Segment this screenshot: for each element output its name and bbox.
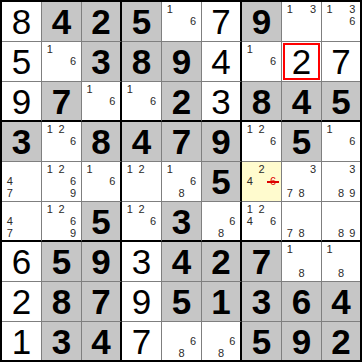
cell-r2c8[interactable]: 2	[282, 42, 322, 82]
pencil-marks: 68	[162, 322, 201, 360]
empty-slot	[187, 3, 199, 15]
candidate-1: 1	[244, 203, 256, 215]
pencil-marks: 389	[322, 162, 360, 201]
solved-digit: 2	[12, 284, 31, 319]
candidate-1: 1	[324, 3, 335, 15]
cell-r8c9[interactable]: 4	[322, 282, 360, 322]
empty-slot	[227, 203, 238, 215]
empty-slot	[95, 95, 106, 107]
empty-slot	[256, 68, 268, 80]
empty-slot	[164, 28, 176, 40]
candidate-6: 6	[187, 335, 199, 347]
empty-slot	[284, 215, 296, 227]
empty-slot	[16, 215, 28, 227]
empty-slot	[244, 227, 256, 239]
given-digit: 9	[252, 4, 271, 39]
cell-r5c2[interactable]: 1269	[42, 162, 82, 202]
cell-r1c4[interactable]: 5	[122, 2, 162, 42]
solved-digit: 3	[132, 244, 151, 279]
empty-slot	[204, 215, 215, 227]
cell-r1c3[interactable]: 2	[82, 2, 122, 42]
cell-r1c6[interactable]: 7	[202, 2, 242, 42]
pencil-marks: 168	[162, 162, 201, 201]
empty-slot	[67, 68, 79, 80]
cell-r9c3[interactable]: 4	[82, 322, 122, 360]
empty-slot	[324, 227, 335, 239]
given-digit: 9	[292, 324, 311, 359]
cell-r6c3[interactable]: 5	[82, 202, 122, 242]
cell-r3c1[interactable]: 9	[2, 82, 42, 122]
given-digit: 7	[52, 84, 71, 119]
cell-r2c4[interactable]: 8	[122, 42, 162, 82]
empty-slot	[164, 188, 176, 200]
empty-slot	[44, 135, 56, 147]
empty-slot	[324, 135, 335, 147]
cell-r8c6[interactable]: 1	[202, 282, 242, 322]
candidate-2: 2	[56, 163, 68, 175]
given-digit: 3	[252, 284, 271, 319]
given-digit: 4	[172, 244, 191, 279]
struck-candidate-slot: 6	[267, 175, 279, 187]
empty-slot	[324, 175, 335, 187]
candidate-9: 9	[67, 227, 79, 239]
cell-r9c4[interactable]: 7	[122, 322, 162, 360]
given-digit: 4	[292, 84, 311, 119]
candidate-7: 7	[284, 188, 296, 200]
empty-slot	[67, 148, 79, 160]
cell-r6c2[interactable]: 1269	[42, 202, 82, 242]
given-digit: 8	[132, 44, 151, 79]
empty-slot	[124, 95, 136, 107]
empty-slot	[307, 215, 319, 227]
cell-r1c7[interactable]: 9	[242, 2, 282, 42]
empty-slot	[124, 188, 136, 200]
candidate-7: 7	[284, 227, 296, 239]
empty-slot	[347, 28, 358, 40]
pencil-marks: 13	[282, 2, 321, 41]
empty-slot	[95, 175, 106, 187]
empty-slot	[67, 43, 79, 55]
empty-slot	[347, 268, 358, 280]
candidate-9: 9	[347, 227, 358, 239]
empty-slot	[215, 335, 226, 347]
candidate-3: 3	[347, 3, 358, 15]
empty-slot	[56, 55, 68, 67]
pencil-marks: 378	[282, 162, 321, 201]
cell-r4c4[interactable]: 4	[122, 122, 162, 162]
cell-r9c5[interactable]: 68	[162, 322, 202, 360]
empty-slot	[215, 215, 226, 227]
empty-slot	[215, 203, 226, 215]
cell-r3c3[interactable]: 16	[82, 82, 122, 122]
given-digit: 8	[52, 284, 71, 319]
empty-slot	[67, 203, 79, 215]
empty-slot	[347, 175, 358, 187]
empty-slot	[136, 215, 148, 227]
empty-slot	[256, 188, 268, 200]
empty-slot	[95, 107, 106, 119]
candidate-8: 8	[296, 227, 308, 239]
cell-r1c5[interactable]: 16	[162, 2, 202, 42]
cell-r7c1[interactable]: 6	[2, 242, 42, 282]
pencil-marks: 1246	[242, 202, 281, 240]
empty-slot	[307, 227, 319, 239]
empty-slot	[324, 15, 335, 27]
cell-r4c7[interactable]: 126	[242, 122, 282, 162]
solved-digit: 4	[211, 44, 230, 79]
cell-r1c2[interactable]: 4	[42, 2, 82, 42]
given-digit: 2	[172, 84, 191, 119]
candidate-8: 8	[176, 188, 188, 200]
empty-slot	[284, 203, 296, 215]
empty-slot	[324, 255, 335, 267]
pencil-marks: 126	[242, 122, 281, 161]
empty-slot	[147, 83, 159, 95]
candidate-6: 6	[107, 95, 118, 107]
empty-slot	[147, 203, 159, 215]
candidate-4: 4	[244, 215, 256, 227]
empty-slot	[284, 255, 296, 267]
cell-r2c2[interactable]: 16	[42, 42, 82, 82]
empty-slot	[204, 227, 215, 239]
cell-r4c1[interactable]: 3	[2, 122, 42, 162]
empty-slot	[244, 163, 256, 175]
candidate-6: 6	[147, 95, 159, 107]
empty-slot	[204, 203, 215, 215]
empty-slot	[284, 15, 296, 27]
cell-r8c7[interactable]: 3	[242, 282, 282, 322]
candidate-2: 2	[256, 203, 268, 215]
cell-r7c7[interactable]: 7	[242, 242, 282, 282]
empty-slot	[44, 55, 56, 67]
pencil-marks: 16	[82, 162, 120, 201]
empty-slot	[84, 175, 95, 187]
given-digit: 2	[211, 244, 230, 279]
candidate-6: 6	[267, 55, 279, 67]
empty-slot	[324, 203, 335, 215]
candidate-1: 1	[84, 83, 95, 95]
cell-r1c8[interactable]: 13	[282, 2, 322, 42]
given-digit: 5	[331, 84, 350, 119]
candidate-1: 1	[44, 163, 56, 175]
empty-slot	[307, 268, 319, 280]
pencil-marks: 47	[2, 202, 41, 240]
cell-r2c3[interactable]: 3	[82, 42, 122, 82]
empty-slot	[84, 188, 95, 200]
cell-r3c7[interactable]: 8	[242, 82, 282, 122]
empty-slot	[215, 323, 226, 335]
given-digit: 5	[292, 124, 311, 159]
empty-slot	[56, 188, 68, 200]
empty-slot	[296, 163, 308, 175]
cell-r7c3[interactable]: 9	[82, 242, 122, 282]
empty-slot	[176, 3, 188, 15]
cell-r2c9[interactable]: 7	[322, 42, 360, 82]
cell-r9c9[interactable]: 2	[322, 322, 360, 360]
empty-slot	[335, 255, 346, 267]
cell-r8c2[interactable]: 8	[42, 282, 82, 322]
candidate-1: 1	[124, 163, 136, 175]
candidate-6: 6	[227, 215, 238, 227]
cell-r6c4[interactable]: 126	[122, 202, 162, 242]
empty-slot	[56, 215, 68, 227]
pencil-marks: 18	[282, 242, 321, 281]
empty-slot	[164, 347, 176, 359]
empty-slot	[136, 95, 148, 107]
empty-slot	[56, 135, 68, 147]
cell-r6c6[interactable]: 68	[202, 202, 242, 242]
empty-slot	[27, 163, 39, 175]
cell-r9c2[interactable]: 3	[42, 322, 82, 360]
empty-slot	[147, 107, 159, 119]
candidate-2: 2	[136, 203, 148, 215]
empty-slot	[296, 3, 308, 15]
empty-slot	[335, 243, 346, 255]
empty-slot	[95, 163, 106, 175]
empty-slot	[227, 227, 238, 239]
empty-slot	[136, 83, 148, 95]
empty-slot	[335, 203, 346, 215]
pencil-marks: 126	[122, 202, 161, 240]
empty-slot	[324, 28, 335, 40]
candidate-8: 8	[335, 268, 346, 280]
cell-r1c1[interactable]: 8	[2, 2, 42, 42]
cell-r1c9[interactable]: 136	[322, 2, 360, 42]
cell-r3c6[interactable]: 3	[202, 82, 242, 122]
cell-r4c6[interactable]: 9	[202, 122, 242, 162]
cell-r5c8[interactable]: 378	[282, 162, 322, 202]
candidate-6: 6	[267, 135, 279, 147]
cell-r4c3[interactable]: 8	[82, 122, 122, 162]
candidate-1: 1	[164, 163, 176, 175]
cell-r6c1[interactable]: 47	[2, 202, 42, 242]
empty-slot	[296, 203, 308, 215]
empty-slot	[16, 227, 28, 239]
solved-digit: 8	[12, 4, 31, 39]
empty-slot	[67, 123, 79, 135]
cell-r7c4[interactable]: 3	[122, 242, 162, 282]
cell-r3c5[interactable]: 2	[162, 82, 202, 122]
empty-slot	[84, 95, 95, 107]
empty-slot	[227, 347, 238, 359]
empty-slot	[204, 335, 215, 347]
solved-digit: 9	[12, 84, 31, 119]
candidate-3: 3	[307, 3, 319, 15]
empty-slot	[307, 28, 319, 40]
empty-slot	[324, 188, 335, 200]
empty-slot	[56, 227, 68, 239]
solved-digit: 9	[132, 284, 151, 319]
cell-r6c7[interactable]: 1246	[242, 202, 282, 242]
empty-slot	[244, 188, 256, 200]
cell-r5c4[interactable]: 12	[122, 162, 162, 202]
given-digit: 5	[211, 164, 230, 199]
given-digit: 3	[91, 44, 110, 79]
given-digit: 6	[292, 284, 311, 319]
pencil-marks: 126	[42, 122, 81, 161]
cell-r2c6[interactable]: 4	[202, 42, 242, 82]
cell-r5c6[interactable]: 5	[202, 162, 242, 202]
given-digit: 9	[91, 244, 110, 279]
cell-r8c4[interactable]: 9	[122, 282, 162, 322]
empty-slot	[124, 227, 136, 239]
empty-slot	[176, 175, 188, 187]
cell-r6c9[interactable]: 89	[322, 202, 360, 242]
empty-slot	[67, 163, 79, 175]
empty-slot	[204, 347, 215, 359]
cell-r8c1[interactable]: 2	[2, 282, 42, 322]
empty-slot	[95, 83, 106, 95]
empty-slot	[176, 163, 188, 175]
pencil-marks: 246	[242, 162, 281, 201]
empty-slot	[335, 215, 346, 227]
given-digit: 9	[172, 44, 191, 79]
pencil-marks: 1269	[42, 202, 81, 240]
solved-digit: 6	[12, 244, 31, 279]
empty-slot	[176, 15, 188, 27]
candidate-1: 1	[284, 3, 296, 15]
empty-slot	[187, 28, 199, 40]
empty-slot	[4, 163, 16, 175]
empty-slot	[107, 107, 118, 119]
empty-slot	[27, 227, 39, 239]
candidate-8: 8	[335, 227, 346, 239]
pencil-marks: 68	[202, 322, 240, 360]
candidate-1: 1	[44, 43, 56, 55]
cell-r4c5[interactable]: 7	[162, 122, 202, 162]
candidate-1: 1	[244, 123, 256, 135]
empty-slot	[267, 43, 279, 55]
empty-slot	[124, 175, 136, 187]
empty-slot	[4, 203, 16, 215]
candidate-1: 1	[284, 243, 296, 255]
empty-slot	[244, 135, 256, 147]
candidate-8: 8	[215, 347, 226, 359]
empty-slot	[107, 188, 118, 200]
candidate-9: 9	[67, 188, 79, 200]
empty-slot	[324, 148, 335, 160]
cell-r9c8[interactable]: 9	[282, 322, 322, 360]
empty-slot	[136, 188, 148, 200]
empty-slot	[27, 175, 39, 187]
cell-r4c9[interactable]: 16	[322, 122, 360, 162]
empty-slot	[56, 68, 68, 80]
cell-r4c2[interactable]: 126	[42, 122, 82, 162]
empty-slot	[164, 335, 176, 347]
candidate-3: 3	[347, 163, 358, 175]
empty-slot	[347, 203, 358, 215]
empty-slot	[124, 215, 136, 227]
candidate-1: 1	[44, 123, 56, 135]
cell-r6c8[interactable]: 78	[282, 202, 322, 242]
candidate-1: 1	[324, 243, 335, 255]
empty-slot	[335, 15, 346, 27]
candidate-6: 6	[67, 175, 79, 187]
empty-slot	[136, 175, 148, 187]
pencil-marks: 16	[42, 42, 81, 81]
candidate-4: 4	[244, 175, 256, 187]
candidate-2: 2	[56, 203, 68, 215]
candidate-8: 8	[215, 227, 226, 239]
empty-slot	[44, 148, 56, 160]
cell-r5c7[interactable]: 246	[242, 162, 282, 202]
cell-r4c8[interactable]: 5	[282, 122, 322, 162]
empty-slot	[256, 43, 268, 55]
given-digit: 7	[172, 124, 191, 159]
cell-r8c5[interactable]: 5	[162, 282, 202, 322]
candidate-4: 4	[4, 215, 16, 227]
cell-r6c5[interactable]: 3	[162, 202, 202, 242]
empty-slot	[27, 215, 39, 227]
cell-r7c6[interactable]: 2	[202, 242, 242, 282]
empty-slot	[307, 175, 319, 187]
cell-r5c1[interactable]: 47	[2, 162, 42, 202]
candidate-6: 6	[347, 135, 358, 147]
candidate-1: 1	[84, 163, 95, 175]
empty-slot	[16, 203, 28, 215]
empty-slot	[187, 163, 199, 175]
empty-slot	[307, 188, 319, 200]
candidate-1: 1	[164, 3, 176, 15]
empty-slot	[244, 68, 256, 80]
cell-r2c5[interactable]: 9	[162, 42, 202, 82]
cell-r2c1[interactable]: 5	[2, 42, 42, 82]
cell-r3c2[interactable]: 7	[42, 82, 82, 122]
empty-slot	[256, 215, 268, 227]
empty-slot	[16, 175, 28, 187]
empty-slot	[256, 175, 268, 187]
candidate-1: 1	[244, 43, 256, 55]
empty-slot	[44, 215, 56, 227]
cell-r8c3[interactable]: 7	[82, 282, 122, 322]
candidate-6: 6	[107, 175, 118, 187]
empty-slot	[56, 43, 68, 55]
empty-slot	[335, 28, 346, 40]
cell-r9c7[interactable]: 5	[242, 322, 282, 360]
cell-r5c3[interactable]: 16	[82, 162, 122, 202]
empty-slot	[267, 68, 279, 80]
empty-slot	[44, 68, 56, 80]
cell-r5c9[interactable]: 389	[322, 162, 360, 202]
empty-slot	[284, 28, 296, 40]
empty-slot	[176, 323, 188, 335]
cell-r9c1[interactable]: 1	[2, 322, 42, 360]
cell-r3c9[interactable]: 5	[322, 82, 360, 122]
cell-r8c8[interactable]: 6	[282, 282, 322, 322]
given-digit: 5	[91, 204, 110, 239]
empty-slot	[307, 15, 319, 27]
cell-r9c6[interactable]: 68	[202, 322, 242, 360]
cell-r7c8[interactable]: 18	[282, 242, 322, 282]
candidate-6: 6	[187, 15, 199, 27]
given-digit: 7	[91, 284, 110, 319]
cell-r3c4[interactable]: 16	[122, 82, 162, 122]
cell-r2c7[interactable]: 16	[242, 42, 282, 82]
given-digit: 2	[331, 324, 350, 359]
cell-r7c9[interactable]: 18	[322, 242, 360, 282]
cell-r7c2[interactable]: 5	[42, 242, 82, 282]
cell-r5c5[interactable]: 168	[162, 162, 202, 202]
empty-slot	[335, 148, 346, 160]
sudoku-board: 8425167913136516389416279716162384531268…	[0, 0, 362, 362]
candidate-6: 6	[67, 55, 79, 67]
empty-slot	[256, 55, 268, 67]
empty-slot	[187, 323, 199, 335]
empty-slot	[335, 123, 346, 135]
empty-slot	[347, 148, 358, 160]
cell-r7c5[interactable]: 4	[162, 242, 202, 282]
cell-r3c8[interactable]: 4	[282, 82, 322, 122]
